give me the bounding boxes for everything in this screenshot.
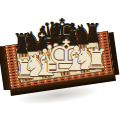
square-c1 bbox=[41, 73, 51, 78]
square-g1 bbox=[80, 68, 90, 73]
square-f1 bbox=[70, 69, 80, 74]
square-h1 bbox=[90, 66, 100, 71]
square-a1 bbox=[22, 76, 32, 81]
board-squares bbox=[18, 39, 99, 82]
board-inner-frame bbox=[15, 37, 103, 83]
chess-set-photo: ♜♞♝♛♚♝♞♜♟♟♟♟♟♟♟♟♟♟♟♟♟♟♟♟♜♞♝♛♚♝♞♜ bbox=[0, 0, 120, 120]
square-b1 bbox=[32, 75, 42, 80]
square-e1 bbox=[61, 71, 71, 76]
square-d1 bbox=[51, 72, 61, 77]
chess-board bbox=[4, 31, 114, 89]
